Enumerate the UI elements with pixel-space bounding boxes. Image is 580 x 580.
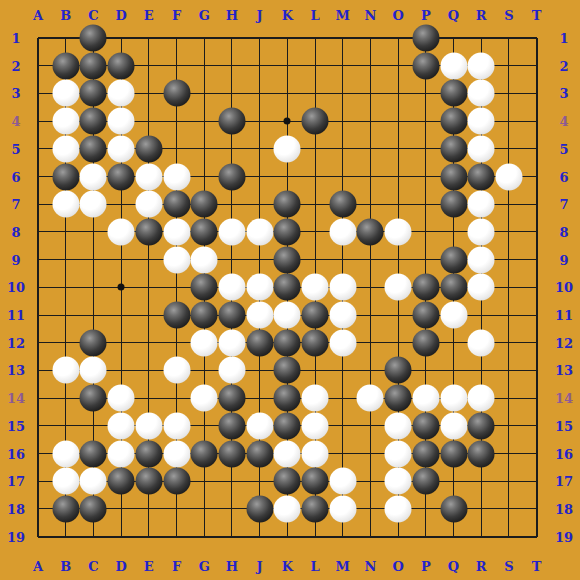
column-label-bottom: Q	[448, 560, 459, 573]
black-stone	[80, 440, 107, 467]
row-label-left: 16	[7, 447, 25, 460]
black-stone	[191, 191, 218, 218]
white-stone	[385, 412, 412, 439]
black-stone	[440, 246, 467, 273]
white-stone	[52, 440, 79, 467]
column-label-bottom: T	[532, 560, 542, 573]
black-stone	[218, 302, 245, 329]
black-stone	[468, 412, 495, 439]
black-stone	[80, 25, 107, 52]
grid-line-vertical	[370, 38, 371, 537]
black-stone	[218, 440, 245, 467]
white-stone	[52, 191, 79, 218]
white-stone	[468, 329, 495, 356]
white-stone	[329, 495, 356, 522]
grid-line-horizontal	[38, 536, 537, 538]
grid-line-vertical	[536, 38, 538, 537]
white-stone	[80, 357, 107, 384]
white-stone	[329, 302, 356, 329]
black-stone	[302, 468, 329, 495]
black-stone	[80, 495, 107, 522]
black-stone	[80, 108, 107, 135]
star-point	[284, 118, 291, 125]
white-stone	[52, 468, 79, 495]
column-label-bottom: H	[226, 560, 238, 573]
black-stone	[468, 440, 495, 467]
row-label-right: 15	[555, 419, 573, 432]
black-stone	[412, 302, 439, 329]
black-stone	[108, 468, 135, 495]
column-label-bottom: R	[476, 560, 487, 573]
black-stone	[302, 302, 329, 329]
white-stone	[357, 385, 384, 412]
column-label-bottom: G	[199, 560, 210, 573]
column-label-top: J	[257, 9, 263, 22]
white-stone	[163, 218, 190, 245]
black-stone	[135, 440, 162, 467]
white-stone	[135, 163, 162, 190]
row-label-right: 7	[559, 198, 568, 211]
white-stone	[191, 246, 218, 273]
white-stone	[274, 302, 301, 329]
row-label-right: 4	[559, 115, 568, 128]
row-label-right: 16	[555, 447, 573, 460]
black-stone	[191, 440, 218, 467]
column-label-bottom: F	[172, 560, 181, 573]
white-stone	[274, 135, 301, 162]
black-stone	[412, 412, 439, 439]
white-stone	[385, 440, 412, 467]
row-label-left: 2	[11, 59, 20, 72]
white-stone	[218, 274, 245, 301]
column-label-top: D	[115, 9, 126, 22]
column-label-top: F	[172, 9, 181, 22]
black-stone	[412, 440, 439, 467]
black-stone	[468, 163, 495, 190]
black-stone	[274, 274, 301, 301]
white-stone	[468, 385, 495, 412]
column-label-top: C	[88, 9, 98, 22]
black-stone	[80, 52, 107, 79]
row-label-left: 5	[11, 142, 20, 155]
row-label-right: 17	[555, 475, 573, 488]
black-stone	[440, 440, 467, 467]
black-stone	[274, 412, 301, 439]
black-stone	[218, 412, 245, 439]
black-stone	[218, 385, 245, 412]
row-label-left: 3	[11, 87, 20, 100]
black-stone	[274, 246, 301, 273]
black-stone	[163, 302, 190, 329]
star-point	[118, 284, 125, 291]
black-stone	[440, 80, 467, 107]
row-label-left: 15	[7, 419, 25, 432]
white-stone	[412, 385, 439, 412]
white-stone	[135, 412, 162, 439]
black-stone	[80, 329, 107, 356]
row-label-left: 11	[7, 309, 25, 322]
white-stone	[108, 135, 135, 162]
column-label-top: B	[60, 9, 71, 22]
column-label-top: H	[226, 9, 238, 22]
white-stone	[191, 329, 218, 356]
white-stone	[440, 412, 467, 439]
white-stone	[108, 385, 135, 412]
row-label-right: 12	[555, 336, 573, 349]
row-label-right: 9	[559, 253, 568, 266]
black-stone	[218, 163, 245, 190]
black-stone	[246, 495, 273, 522]
white-stone	[80, 191, 107, 218]
black-stone	[191, 274, 218, 301]
black-stone	[302, 495, 329, 522]
white-stone	[385, 495, 412, 522]
row-label-right: 3	[559, 87, 568, 100]
black-stone	[246, 440, 273, 467]
black-stone	[108, 163, 135, 190]
white-stone	[246, 274, 273, 301]
white-stone	[468, 80, 495, 107]
white-stone	[191, 385, 218, 412]
white-stone	[302, 385, 329, 412]
black-stone	[440, 495, 467, 522]
black-stone	[302, 108, 329, 135]
black-stone	[329, 191, 356, 218]
white-stone	[468, 274, 495, 301]
white-stone	[329, 468, 356, 495]
column-label-bottom: A	[33, 560, 43, 573]
black-stone	[440, 135, 467, 162]
column-label-bottom: E	[144, 560, 154, 573]
row-label-left: 19	[7, 530, 25, 543]
column-label-top: Q	[448, 9, 459, 22]
black-stone	[440, 163, 467, 190]
row-label-left: 7	[11, 198, 20, 211]
white-stone	[274, 495, 301, 522]
column-label-bottom: S	[504, 560, 513, 573]
column-label-top: T	[532, 9, 542, 22]
white-stone	[163, 246, 190, 273]
white-stone	[163, 357, 190, 384]
column-label-bottom: N	[364, 560, 376, 573]
row-label-right: 19	[555, 530, 573, 543]
black-stone	[80, 80, 107, 107]
black-stone	[440, 108, 467, 135]
row-label-left: 18	[7, 502, 25, 515]
black-stone	[163, 80, 190, 107]
white-stone	[52, 357, 79, 384]
column-label-top: M	[335, 9, 349, 22]
row-label-left: 14	[7, 392, 25, 405]
white-stone	[440, 52, 467, 79]
black-stone	[357, 218, 384, 245]
white-stone	[495, 163, 522, 190]
column-label-top: E	[144, 9, 154, 22]
white-stone	[218, 357, 245, 384]
white-stone	[274, 440, 301, 467]
go-diagram-page: AABBCCDDEEFFGGHHJJKKLLMMNNOOPPQQRRSSTT11…	[0, 0, 580, 580]
column-label-top: K	[282, 9, 293, 22]
row-label-right: 10	[555, 281, 573, 294]
black-stone	[274, 468, 301, 495]
row-label-right: 2	[559, 59, 568, 72]
row-label-left: 4	[11, 115, 20, 128]
black-stone	[52, 163, 79, 190]
black-stone	[191, 218, 218, 245]
white-stone	[246, 412, 273, 439]
black-stone	[135, 468, 162, 495]
white-stone	[302, 274, 329, 301]
row-label-right: 13	[555, 364, 573, 377]
black-stone	[412, 468, 439, 495]
column-label-bottom: C	[88, 560, 98, 573]
row-label-left: 10	[7, 281, 25, 294]
column-label-top: G	[199, 9, 210, 22]
black-stone	[108, 52, 135, 79]
row-label-right: 8	[559, 225, 568, 238]
black-stone	[274, 385, 301, 412]
white-stone	[329, 218, 356, 245]
white-stone	[440, 302, 467, 329]
row-label-right: 5	[559, 142, 568, 155]
black-stone	[274, 218, 301, 245]
black-stone	[385, 357, 412, 384]
white-stone	[163, 163, 190, 190]
row-label-left: 8	[11, 225, 20, 238]
black-stone	[191, 302, 218, 329]
white-stone	[246, 302, 273, 329]
column-label-top: L	[310, 9, 319, 22]
black-stone	[412, 25, 439, 52]
column-label-bottom: K	[282, 560, 293, 573]
black-stone	[52, 495, 79, 522]
row-label-left: 6	[11, 170, 20, 183]
white-stone	[52, 135, 79, 162]
black-stone	[135, 135, 162, 162]
black-stone	[412, 329, 439, 356]
column-label-top: N	[364, 9, 376, 22]
column-label-top: R	[476, 9, 487, 22]
row-label-left: 12	[7, 336, 25, 349]
white-stone	[385, 468, 412, 495]
column-label-top: P	[421, 9, 431, 22]
white-stone	[385, 218, 412, 245]
column-label-bottom: P	[421, 560, 431, 573]
white-stone	[385, 274, 412, 301]
row-label-left: 1	[11, 32, 20, 45]
white-stone	[302, 440, 329, 467]
column-label-top: S	[504, 9, 513, 22]
black-stone	[80, 385, 107, 412]
column-label-bottom: O	[392, 560, 403, 573]
black-stone	[52, 52, 79, 79]
black-stone	[246, 329, 273, 356]
row-label-right: 14	[555, 392, 573, 405]
row-label-right: 1	[559, 32, 568, 45]
black-stone	[385, 385, 412, 412]
column-label-bottom: B	[60, 560, 71, 573]
black-stone	[412, 52, 439, 79]
white-stone	[468, 135, 495, 162]
white-stone	[80, 468, 107, 495]
row-label-left: 17	[7, 475, 25, 488]
white-stone	[468, 218, 495, 245]
white-stone	[302, 412, 329, 439]
black-stone	[163, 191, 190, 218]
black-stone	[440, 191, 467, 218]
white-stone	[108, 80, 135, 107]
grid-line-vertical	[508, 38, 509, 537]
white-stone	[468, 191, 495, 218]
black-stone	[274, 357, 301, 384]
black-stone	[80, 135, 107, 162]
black-stone	[412, 274, 439, 301]
row-label-right: 11	[555, 309, 573, 322]
white-stone	[468, 108, 495, 135]
white-stone	[108, 440, 135, 467]
white-stone	[52, 108, 79, 135]
white-stone	[163, 440, 190, 467]
white-stone	[218, 218, 245, 245]
white-stone	[329, 274, 356, 301]
white-stone	[218, 329, 245, 356]
black-stone	[274, 329, 301, 356]
white-stone	[135, 191, 162, 218]
white-stone	[108, 412, 135, 439]
black-stone	[218, 108, 245, 135]
white-stone	[108, 218, 135, 245]
column-label-bottom: D	[115, 560, 126, 573]
white-stone	[329, 329, 356, 356]
row-label-left: 9	[11, 253, 20, 266]
white-stone	[246, 218, 273, 245]
go-board[interactable]: AABBCCDDEEFFGGHHJJKKLLMMNNOOPPQQRRSSTT11…	[0, 0, 580, 580]
white-stone	[440, 385, 467, 412]
row-label-right: 18	[555, 502, 573, 515]
white-stone	[468, 52, 495, 79]
black-stone	[302, 329, 329, 356]
white-stone	[468, 246, 495, 273]
column-label-bottom: J	[257, 560, 263, 573]
column-label-bottom: M	[335, 560, 349, 573]
row-label-right: 6	[559, 170, 568, 183]
white-stone	[52, 80, 79, 107]
column-label-bottom: L	[310, 560, 319, 573]
black-stone	[163, 468, 190, 495]
white-stone	[80, 163, 107, 190]
black-stone	[135, 218, 162, 245]
column-label-top: O	[392, 9, 403, 22]
white-stone	[163, 412, 190, 439]
row-label-left: 13	[7, 364, 25, 377]
column-label-top: A	[33, 9, 43, 22]
black-stone	[440, 274, 467, 301]
white-stone	[108, 108, 135, 135]
black-stone	[274, 191, 301, 218]
